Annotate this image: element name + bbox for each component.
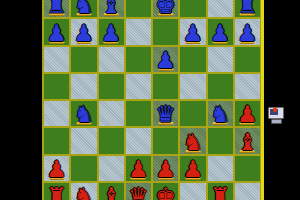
piece-red-pawn: ♟	[237, 101, 258, 127]
square-a2[interactable]: ♟	[43, 155, 70, 182]
square-e2[interactable]: ♟	[152, 155, 179, 182]
game-screen: ♜♞♝♚♜♟♟♟♟♟♟♟♞♛♞♟♞♝♟♟♟♟♜♞♝♛♚♜	[0, 0, 300, 200]
piece-blue-rook: ♜	[46, 0, 67, 18]
piece-blue-queen: ♛	[155, 101, 176, 127]
square-h8[interactable]: ♜	[234, 0, 261, 18]
square-f8[interactable]	[179, 0, 206, 18]
square-f4[interactable]	[179, 100, 206, 127]
piece-red-bishop: ♝	[101, 183, 122, 200]
square-c2[interactable]	[98, 155, 125, 182]
piece-blue-knight: ♞	[210, 101, 231, 127]
square-f6[interactable]	[179, 46, 206, 73]
square-d3[interactable]	[125, 127, 152, 154]
square-c7[interactable]: ♟	[98, 18, 125, 45]
square-a7[interactable]: ♟	[43, 18, 70, 45]
piece-blue-pawn: ♟	[237, 20, 258, 46]
square-c4[interactable]	[98, 100, 125, 127]
square-h2[interactable]	[234, 155, 261, 182]
square-d1[interactable]: ♛	[125, 182, 152, 200]
square-b5[interactable]	[70, 73, 97, 100]
square-a4[interactable]	[43, 100, 70, 127]
square-d4[interactable]	[125, 100, 152, 127]
square-d6[interactable]	[125, 46, 152, 73]
square-h5[interactable]	[234, 73, 261, 100]
square-g2[interactable]	[207, 155, 234, 182]
square-a1[interactable]: ♜	[43, 182, 70, 200]
piece-red-knight: ♞	[183, 129, 204, 155]
square-h7[interactable]: ♟	[234, 18, 261, 45]
square-h6[interactable]	[234, 46, 261, 73]
piece-red-knight: ♞	[74, 183, 95, 200]
piece-red-pawn: ♟	[155, 156, 176, 182]
piece-blue-pawn: ♟	[74, 20, 95, 46]
square-d7[interactable]	[125, 18, 152, 45]
square-c3[interactable]	[98, 127, 125, 154]
piece-red-rook: ♜	[46, 183, 67, 200]
square-c1[interactable]: ♝	[98, 182, 125, 200]
computer-thinking-icon	[267, 106, 284, 123]
square-g3[interactable]	[207, 127, 234, 154]
piece-blue-king: ♚	[155, 0, 176, 18]
piece-blue-pawn: ♟	[101, 20, 122, 46]
square-d8[interactable]	[125, 0, 152, 18]
square-a5[interactable]	[43, 73, 70, 100]
square-f1[interactable]	[179, 182, 206, 200]
square-a8[interactable]: ♜	[43, 0, 70, 18]
red-flame-icon	[273, 107, 277, 112]
square-b2[interactable]	[70, 155, 97, 182]
square-h3[interactable]: ♝	[234, 127, 261, 154]
piece-red-pawn: ♟	[128, 156, 149, 182]
square-d5[interactable]	[125, 73, 152, 100]
piece-blue-bishop: ♝	[101, 0, 122, 18]
square-e7[interactable]	[152, 18, 179, 45]
square-g4[interactable]: ♞	[207, 100, 234, 127]
square-e6[interactable]: ♟	[152, 46, 179, 73]
square-c8[interactable]: ♝	[98, 0, 125, 18]
square-g1[interactable]: ♜	[207, 182, 234, 200]
piece-red-rook: ♜	[210, 183, 231, 200]
square-a3[interactable]	[43, 127, 70, 154]
square-b3[interactable]	[70, 127, 97, 154]
chess-board[interactable]: ♜♞♝♚♜♟♟♟♟♟♟♟♞♛♞♟♞♝♟♟♟♟♜♞♝♛♚♜	[42, 0, 264, 200]
piece-red-queen: ♛	[128, 183, 149, 200]
piece-red-pawn: ♟	[46, 156, 67, 182]
piece-blue-pawn: ♟	[155, 47, 176, 73]
piece-blue-pawn: ♟	[210, 20, 231, 46]
square-g6[interactable]	[207, 46, 234, 73]
square-f5[interactable]	[179, 73, 206, 100]
monitor-base-icon	[271, 119, 282, 124]
piece-blue-pawn: ♟	[183, 20, 204, 46]
square-c6[interactable]	[98, 46, 125, 73]
square-h4[interactable]: ♟	[234, 100, 261, 127]
square-b1[interactable]: ♞	[70, 182, 97, 200]
piece-red-bishop: ♝	[237, 129, 258, 155]
square-g8[interactable]	[207, 0, 234, 18]
square-f3[interactable]: ♞	[179, 127, 206, 154]
square-g5[interactable]	[207, 73, 234, 100]
square-b8[interactable]: ♞	[70, 0, 97, 18]
square-b6[interactable]	[70, 46, 97, 73]
square-c5[interactable]	[98, 73, 125, 100]
square-b4[interactable]: ♞	[70, 100, 97, 127]
square-f7[interactable]: ♟	[179, 18, 206, 45]
square-e1[interactable]: ♚	[152, 182, 179, 200]
piece-red-king: ♚	[155, 183, 176, 200]
piece-blue-knight: ♞	[74, 101, 95, 127]
square-d2[interactable]: ♟	[125, 155, 152, 182]
square-g7[interactable]: ♟	[207, 18, 234, 45]
square-a6[interactable]	[43, 46, 70, 73]
piece-blue-pawn: ♟	[46, 20, 67, 46]
square-b7[interactable]: ♟	[70, 18, 97, 45]
square-e3[interactable]	[152, 127, 179, 154]
square-e5[interactable]	[152, 73, 179, 100]
piece-blue-knight: ♞	[74, 0, 95, 18]
square-h1[interactable]	[234, 182, 261, 200]
piece-red-pawn: ♟	[183, 156, 204, 182]
square-f2[interactable]: ♟	[179, 155, 206, 182]
square-e8[interactable]: ♚	[152, 0, 179, 18]
square-e4[interactable]: ♛	[152, 100, 179, 127]
piece-blue-rook: ♜	[237, 0, 258, 18]
